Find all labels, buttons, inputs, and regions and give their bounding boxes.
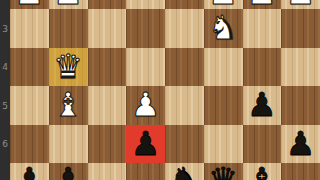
square-g7[interactable]: ♟ (49, 163, 88, 180)
square-e4[interactable] (126, 48, 165, 87)
square-b6[interactable] (243, 125, 282, 164)
square-g6[interactable] (49, 125, 88, 164)
square-d5[interactable] (165, 86, 204, 125)
square-f3[interactable] (88, 9, 127, 48)
black-knight[interactable]: ♞ (165, 163, 204, 180)
rank-label-4: 4 (0, 62, 8, 72)
white-queen[interactable]: ♛ (49, 48, 88, 87)
square-h7[interactable]: ♟ (10, 163, 49, 180)
black-queen[interactable]: ♛ (204, 163, 243, 180)
square-a7[interactable] (281, 163, 320, 180)
square-c4[interactable] (204, 48, 243, 87)
white-pawn[interactable]: ♟ (10, 0, 49, 9)
square-d7[interactable]: ♞ (165, 163, 204, 180)
square-d3[interactable] (165, 9, 204, 48)
square-g3[interactable] (49, 9, 88, 48)
square-b2[interactable]: ♟ (243, 0, 282, 9)
square-b3[interactable] (243, 9, 282, 48)
white-pawn[interactable]: ♟ (243, 0, 282, 9)
rank-label-5: 5 (0, 101, 8, 111)
square-f5[interactable] (88, 86, 127, 125)
rank-label-3: 3 (0, 24, 8, 34)
square-c2[interactable]: ♟ (204, 0, 243, 9)
square-c3[interactable]: ♞ (204, 9, 243, 48)
white-knight[interactable]: ♞ (204, 9, 243, 48)
square-b7[interactable]: ♝ (243, 163, 282, 180)
white-pawn[interactable]: ♟ (281, 0, 320, 9)
square-c6[interactable] (204, 125, 243, 164)
square-f2[interactable] (88, 0, 127, 9)
black-pawn[interactable]: ♟ (281, 125, 320, 164)
chess-board[interactable]: ♟♟♟♟♟♞♛♝♟♟♟♟♟♟♞♛♝ (10, 0, 320, 180)
square-h3[interactable] (10, 9, 49, 48)
chess-app-screen: 3456 ♟♟♟♟♟♞♛♝♟♟♟♟♟♟♞♛♝ (0, 0, 320, 180)
square-e2[interactable] (126, 0, 165, 9)
square-h6[interactable] (10, 125, 49, 164)
square-d4[interactable] (165, 48, 204, 87)
square-h2[interactable]: ♟ (10, 0, 49, 9)
rank-label-6: 6 (0, 139, 8, 149)
white-pawn[interactable]: ♟ (204, 0, 243, 9)
black-pawn[interactable]: ♟ (243, 86, 282, 125)
white-pawn[interactable]: ♟ (49, 0, 88, 9)
black-pawn[interactable]: ♟ (126, 125, 165, 164)
square-e5[interactable]: ♟ (126, 86, 165, 125)
square-f7[interactable] (88, 163, 127, 180)
square-f4[interactable] (88, 48, 127, 87)
square-a6[interactable]: ♟ (281, 125, 320, 164)
square-a2[interactable]: ♟ (281, 0, 320, 9)
square-a3[interactable] (281, 9, 320, 48)
square-c7[interactable]: ♛ (204, 163, 243, 180)
square-b5[interactable]: ♟ (243, 86, 282, 125)
square-h4[interactable] (10, 48, 49, 87)
black-pawn[interactable]: ♟ (10, 163, 49, 180)
square-e3[interactable] (126, 9, 165, 48)
square-a4[interactable] (281, 48, 320, 87)
square-g5[interactable]: ♝ (49, 86, 88, 125)
square-f6[interactable] (88, 125, 127, 164)
black-bishop[interactable]: ♝ (243, 163, 282, 180)
square-h5[interactable] (10, 86, 49, 125)
square-d6[interactable] (165, 125, 204, 164)
square-e6[interactable]: ♟ (126, 125, 165, 164)
square-g4[interactable]: ♛ (49, 48, 88, 87)
white-bishop[interactable]: ♝ (49, 86, 88, 125)
square-c5[interactable] (204, 86, 243, 125)
square-e7[interactable] (126, 163, 165, 180)
white-pawn[interactable]: ♟ (126, 86, 165, 125)
square-d2[interactable] (165, 0, 204, 9)
square-g2[interactable]: ♟ (49, 0, 88, 9)
square-a5[interactable] (281, 86, 320, 125)
rank-coordinates-sidebar: 3456 (0, 0, 10, 180)
black-pawn[interactable]: ♟ (49, 163, 88, 180)
square-b4[interactable] (243, 48, 282, 87)
